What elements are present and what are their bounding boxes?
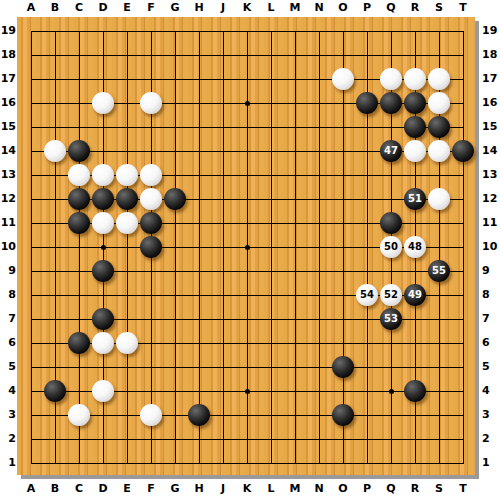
column-label-bottom-A: A	[23, 482, 39, 496]
column-label-top-N: N	[311, 1, 327, 15]
stone-white-Q8: 52	[380, 284, 402, 306]
stone-black-S15	[428, 116, 450, 138]
row-label-right-2: 2	[482, 432, 500, 446]
row-label-right-9: 9	[482, 264, 500, 278]
move-number-label: 48	[408, 242, 422, 252]
stone-white-F16	[140, 92, 162, 114]
stone-white-E6	[116, 332, 138, 354]
column-label-top-Q: Q	[383, 1, 399, 15]
column-label-top-A: A	[23, 1, 39, 15]
row-label-right-14: 14	[482, 144, 500, 158]
row-label-right-12: 12	[482, 192, 500, 206]
row-label-right-3: 3	[482, 408, 500, 422]
grid-vertical-line	[463, 31, 464, 464]
stone-white-S12	[428, 188, 450, 210]
stone-white-R14	[404, 140, 426, 162]
column-label-bottom-F: F	[143, 482, 159, 496]
stone-black-R4	[404, 380, 426, 402]
move-number-label: 52	[384, 290, 398, 300]
move-number-label: 53	[384, 314, 398, 324]
row-label-left-15: 15	[0, 120, 16, 134]
row-label-left-2: 2	[0, 432, 16, 446]
column-label-top-G: G	[167, 1, 183, 15]
column-label-bottom-S: S	[431, 482, 447, 496]
row-label-right-10: 10	[482, 240, 500, 254]
stone-white-D6	[92, 332, 114, 354]
stone-white-C3	[68, 404, 90, 426]
row-label-right-7: 7	[482, 312, 500, 326]
column-label-bottom-O: O	[335, 482, 351, 496]
stone-white-R17	[404, 68, 426, 90]
grid-vertical-line	[343, 31, 344, 464]
row-label-right-4: 4	[482, 384, 500, 398]
column-label-bottom-N: N	[311, 482, 327, 496]
stone-black-Q11	[380, 212, 402, 234]
go-board[interactable]: 475149535550485254	[17, 17, 475, 475]
column-label-bottom-B: B	[47, 482, 63, 496]
grid-vertical-line	[319, 31, 320, 464]
stone-black-C11	[68, 212, 90, 234]
row-label-right-8: 8	[482, 288, 500, 302]
grid-horizontal-line	[31, 415, 464, 416]
column-label-top-P: P	[359, 1, 375, 15]
row-label-right-16: 16	[482, 96, 500, 110]
stone-black-R8: 49	[404, 284, 426, 306]
row-label-left-3: 3	[0, 408, 16, 422]
stone-black-Q7: 53	[380, 308, 402, 330]
move-number-label: 49	[408, 290, 422, 300]
star-point-K16	[245, 101, 250, 106]
stone-black-R15	[404, 116, 426, 138]
stone-black-F11	[140, 212, 162, 234]
row-label-left-16: 16	[0, 96, 16, 110]
column-label-bottom-G: G	[167, 482, 183, 496]
stone-black-B4	[44, 380, 66, 402]
row-label-left-5: 5	[0, 360, 16, 374]
stone-black-D12	[92, 188, 114, 210]
column-label-top-L: L	[263, 1, 279, 15]
row-label-left-8: 8	[0, 288, 16, 302]
move-number-label: 50	[384, 242, 398, 252]
row-label-left-1: 1	[0, 456, 16, 470]
column-label-bottom-Q: Q	[383, 482, 399, 496]
stone-white-D11	[92, 212, 114, 234]
grid-horizontal-line	[31, 439, 464, 440]
stone-black-Q16	[380, 92, 402, 114]
stone-black-D9	[92, 260, 114, 282]
row-label-right-19: 19	[482, 24, 500, 38]
row-label-left-11: 11	[0, 216, 16, 230]
stone-black-S9: 55	[428, 260, 450, 282]
stone-white-Q17	[380, 68, 402, 90]
column-label-top-R: R	[407, 1, 423, 15]
column-label-bottom-T: T	[455, 482, 471, 496]
column-label-bottom-M: M	[287, 482, 303, 496]
row-label-right-18: 18	[482, 48, 500, 62]
column-label-bottom-C: C	[71, 482, 87, 496]
column-label-top-K: K	[239, 1, 255, 15]
stone-white-P8: 54	[356, 284, 378, 306]
row-label-left-17: 17	[0, 72, 16, 86]
column-label-bottom-J: J	[215, 482, 231, 496]
grid-horizontal-line	[31, 463, 464, 464]
column-label-top-O: O	[335, 1, 351, 15]
column-label-top-T: T	[455, 1, 471, 15]
column-label-bottom-L: L	[263, 482, 279, 496]
stone-black-P16	[356, 92, 378, 114]
move-number-label: 54	[360, 290, 374, 300]
stone-white-D16	[92, 92, 114, 114]
star-point-D10	[101, 245, 106, 250]
column-label-bottom-D: D	[95, 482, 111, 496]
row-label-right-5: 5	[482, 360, 500, 374]
stone-black-Q14: 47	[380, 140, 402, 162]
stone-white-S17	[428, 68, 450, 90]
row-label-left-6: 6	[0, 336, 16, 350]
go-game-screenshot: 475149535550485254 AABBCCDDEEFFGGHHJJKKL…	[0, 0, 500, 500]
row-label-left-13: 13	[0, 168, 16, 182]
grid-horizontal-line	[31, 367, 464, 368]
stone-white-Q10: 50	[380, 236, 402, 258]
column-label-top-M: M	[287, 1, 303, 15]
star-point-Q4	[389, 389, 394, 394]
column-label-top-J: J	[215, 1, 231, 15]
row-label-right-13: 13	[482, 168, 500, 182]
stone-black-E12	[116, 188, 138, 210]
row-label-left-18: 18	[0, 48, 16, 62]
column-label-top-D: D	[95, 1, 111, 15]
stone-white-O17	[332, 68, 354, 90]
star-point-K10	[245, 245, 250, 250]
column-label-top-H: H	[191, 1, 207, 15]
stone-white-D4	[92, 380, 114, 402]
move-number-label: 55	[432, 266, 446, 276]
stone-black-T14	[452, 140, 474, 162]
stone-white-S14	[428, 140, 450, 162]
stone-white-S16	[428, 92, 450, 114]
stone-white-F3	[140, 404, 162, 426]
row-label-left-14: 14	[0, 144, 16, 158]
grid-vertical-line	[271, 31, 272, 464]
star-point-K4	[245, 389, 250, 394]
column-label-top-S: S	[431, 1, 447, 15]
row-label-right-15: 15	[482, 120, 500, 134]
stone-black-O5	[332, 356, 354, 378]
stone-black-R16	[404, 92, 426, 114]
stone-white-D13	[92, 164, 114, 186]
row-label-left-19: 19	[0, 24, 16, 38]
row-label-right-17: 17	[482, 72, 500, 86]
stone-black-D7	[92, 308, 114, 330]
stone-black-R12: 51	[404, 188, 426, 210]
row-label-left-12: 12	[0, 192, 16, 206]
stone-black-C14	[68, 140, 90, 162]
stone-black-F10	[140, 236, 162, 258]
row-label-right-11: 11	[482, 216, 500, 230]
column-label-bottom-K: K	[239, 482, 255, 496]
grid-vertical-line	[295, 31, 296, 464]
stone-black-C6	[68, 332, 90, 354]
stone-white-E13	[116, 164, 138, 186]
stone-black-H3	[188, 404, 210, 426]
column-label-top-F: F	[143, 1, 159, 15]
stone-white-F12	[140, 188, 162, 210]
move-number-label: 47	[384, 146, 398, 156]
stone-white-E11	[116, 212, 138, 234]
row-label-right-6: 6	[482, 336, 500, 350]
stone-black-G12	[164, 188, 186, 210]
column-label-bottom-H: H	[191, 482, 207, 496]
stone-white-R10: 48	[404, 236, 426, 258]
stone-white-C13	[68, 164, 90, 186]
column-label-top-C: C	[71, 1, 87, 15]
column-label-bottom-R: R	[407, 482, 423, 496]
column-label-top-E: E	[119, 1, 135, 15]
row-label-right-1: 1	[482, 456, 500, 470]
column-label-bottom-P: P	[359, 482, 375, 496]
column-label-bottom-E: E	[119, 482, 135, 496]
row-label-left-7: 7	[0, 312, 16, 326]
move-number-label: 51	[408, 194, 422, 204]
row-label-left-4: 4	[0, 384, 16, 398]
row-label-left-10: 10	[0, 240, 16, 254]
row-label-left-9: 9	[0, 264, 16, 278]
stone-white-B14	[44, 140, 66, 162]
column-label-top-B: B	[47, 1, 63, 15]
stone-white-F13	[140, 164, 162, 186]
stone-black-O3	[332, 404, 354, 426]
stone-black-C12	[68, 188, 90, 210]
